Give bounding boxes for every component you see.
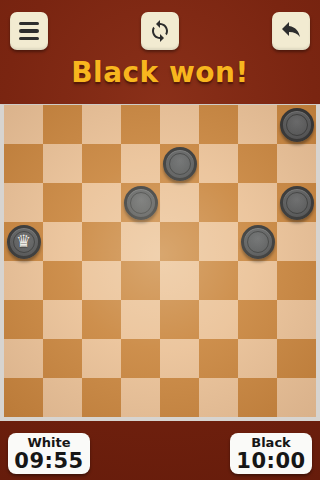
square-e1[interactable] — [160, 378, 199, 417]
black-man-piece[interactable] — [241, 225, 275, 259]
square-g1[interactable] — [238, 378, 277, 417]
square-b2[interactable] — [43, 339, 82, 378]
black-king-piece[interactable]: ♛ — [7, 225, 41, 259]
square-g6[interactable] — [238, 183, 277, 222]
square-e3[interactable] — [160, 300, 199, 339]
square-f3[interactable] — [199, 300, 238, 339]
black-man-piece[interactable] — [280, 186, 314, 220]
square-c8[interactable] — [82, 105, 121, 144]
square-c5[interactable] — [82, 222, 121, 261]
square-a6[interactable] — [4, 183, 43, 222]
square-h6[interactable] — [277, 183, 316, 222]
black-man-piece[interactable] — [124, 186, 158, 220]
hamburger-menu-icon — [19, 22, 39, 41]
square-f6[interactable] — [199, 183, 238, 222]
square-e6[interactable] — [160, 183, 199, 222]
square-h4[interactable] — [277, 261, 316, 300]
result-title: Black won! — [0, 56, 320, 89]
square-a2[interactable] — [4, 339, 43, 378]
square-f8[interactable] — [199, 105, 238, 144]
square-g4[interactable] — [238, 261, 277, 300]
square-b3[interactable] — [43, 300, 82, 339]
square-b8[interactable] — [43, 105, 82, 144]
square-c6[interactable] — [82, 183, 121, 222]
square-d7[interactable] — [121, 144, 160, 183]
square-h3[interactable] — [277, 300, 316, 339]
square-d5[interactable] — [121, 222, 160, 261]
square-a4[interactable] — [4, 261, 43, 300]
square-e5[interactable] — [160, 222, 199, 261]
square-c1[interactable] — [82, 378, 121, 417]
square-a1[interactable] — [4, 378, 43, 417]
square-f2[interactable] — [199, 339, 238, 378]
square-g8[interactable] — [238, 105, 277, 144]
square-a8[interactable] — [4, 105, 43, 144]
square-a3[interactable] — [4, 300, 43, 339]
restart-refresh-icon — [148, 19, 172, 43]
white-clock: White 09:55 — [8, 433, 90, 474]
square-d8[interactable] — [121, 105, 160, 144]
square-c2[interactable] — [82, 339, 121, 378]
square-g7[interactable] — [238, 144, 277, 183]
white-clock-time: 09:55 — [14, 450, 83, 472]
square-f4[interactable] — [199, 261, 238, 300]
square-b5[interactable] — [43, 222, 82, 261]
square-e7[interactable] — [160, 144, 199, 183]
square-a7[interactable] — [4, 144, 43, 183]
undo-button[interactable] — [272, 12, 310, 50]
square-h1[interactable] — [277, 378, 316, 417]
square-b4[interactable] — [43, 261, 82, 300]
king-crown-icon: ♛ — [16, 233, 31, 250]
square-b7[interactable] — [43, 144, 82, 183]
square-f1[interactable] — [199, 378, 238, 417]
square-g2[interactable] — [238, 339, 277, 378]
square-d1[interactable] — [121, 378, 160, 417]
square-f7[interactable] — [199, 144, 238, 183]
undo-back-icon — [279, 19, 303, 43]
black-man-piece[interactable] — [163, 147, 197, 181]
black-clock: Black 10:00 — [230, 433, 312, 474]
black-clock-label: Black — [251, 436, 291, 450]
square-e2[interactable] — [160, 339, 199, 378]
square-g3[interactable] — [238, 300, 277, 339]
square-c4[interactable] — [82, 261, 121, 300]
square-e8[interactable] — [160, 105, 199, 144]
square-c7[interactable] — [82, 144, 121, 183]
square-h2[interactable] — [277, 339, 316, 378]
square-g5[interactable] — [238, 222, 277, 261]
square-b1[interactable] — [43, 378, 82, 417]
square-b6[interactable] — [43, 183, 82, 222]
square-d6[interactable] — [121, 183, 160, 222]
restart-button[interactable] — [141, 12, 179, 50]
menu-button[interactable] — [10, 12, 48, 50]
square-f5[interactable] — [199, 222, 238, 261]
square-h8[interactable] — [277, 105, 316, 144]
square-h5[interactable] — [277, 222, 316, 261]
square-h7[interactable] — [277, 144, 316, 183]
black-man-piece[interactable] — [280, 108, 314, 142]
board: ♛ — [4, 105, 316, 417]
square-d2[interactable] — [121, 339, 160, 378]
board-frame: ♛ — [0, 104, 320, 421]
black-clock-time: 10:00 — [236, 450, 305, 472]
white-clock-label: White — [27, 436, 70, 450]
square-c3[interactable] — [82, 300, 121, 339]
square-d3[interactable] — [121, 300, 160, 339]
square-e4[interactable] — [160, 261, 199, 300]
square-d4[interactable] — [121, 261, 160, 300]
square-a5[interactable]: ♛ — [4, 222, 43, 261]
